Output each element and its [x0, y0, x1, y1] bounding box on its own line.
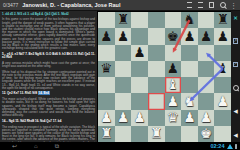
piece-white-pawn-e3[interactable]: ♟: [167, 95, 179, 109]
piece-white-pawn-a2[interactable]: ♟: [100, 111, 112, 125]
square-h7[interactable]: ♟: [214, 28, 231, 44]
arrow-left-icon: ◀: [233, 133, 237, 139]
square-d5[interactable]: [148, 61, 165, 77]
piece-white-king-g1[interactable]: ♚: [200, 127, 212, 141]
square-a2[interactable]: ♟: [98, 110, 115, 126]
square-c6[interactable]: ♟: [131, 45, 148, 61]
square-h5[interactable]: ♝: [214, 61, 231, 77]
annotation-comment: White had at his disposal the far strong…: [2, 71, 95, 90]
annotation-comment: The move actually played. White centrali…: [2, 98, 95, 117]
square-a5[interactable]: ♛: [98, 61, 115, 77]
square-f7[interactable]: ♟: [181, 28, 198, 44]
back-icon[interactable]: ↩: [12, 142, 17, 150]
close-icon: ✕: [233, 15, 238, 21]
piece-white-pawn-g2[interactable]: ♟: [200, 111, 212, 125]
square-b1[interactable]: [115, 126, 132, 142]
square-g2[interactable]: ♟: [198, 110, 215, 126]
square-c3[interactable]: [131, 93, 148, 109]
piece-white-pawn-h3[interactable]: ♟: [217, 95, 229, 109]
annotation-moves[interactable]: 14... Ng6 15. Nd2 Rhd8 16. Nc4 Qc7 17. b…: [2, 120, 95, 123]
current-move[interactable]: 14. Be4: [38, 91, 50, 95]
piece-black-pawn-h7[interactable]: ♟: [217, 30, 229, 44]
square-b8[interactable]: ♜: [115, 12, 132, 28]
square-b4[interactable]: [115, 77, 132, 93]
square-a7[interactable]: ♟: [98, 28, 115, 44]
square-e8[interactable]: [165, 12, 182, 28]
engine-search-button[interactable]: [231, 84, 240, 93]
square-a3[interactable]: [98, 93, 115, 109]
square-h4[interactable]: [214, 77, 231, 93]
square-a1[interactable]: ♜: [98, 126, 115, 142]
square-e6[interactable]: [165, 45, 182, 61]
android-system-bar: ↩ ⌂ ⧉ 02:24: [0, 142, 240, 150]
search-icon[interactable]: [219, 1, 226, 10]
home-icon[interactable]: ⌂: [34, 142, 38, 150]
square-d2[interactable]: [148, 110, 165, 126]
game-title: Janowski, D. - Capablanca, Jose Raul: [22, 2, 182, 8]
square-a4[interactable]: [98, 77, 115, 93]
board-toolbar: ✕↗↗◀◀: [231, 11, 240, 142]
square-f8[interactable]: ♞: [181, 12, 198, 28]
square-h2[interactable]: [214, 110, 231, 126]
square-c8[interactable]: [131, 12, 148, 28]
prev-game-icon[interactable]: [186, 1, 193, 10]
piece-black-pawn-a7[interactable]: ♟: [100, 30, 112, 44]
square-b3[interactable]: [115, 93, 132, 109]
square-b5[interactable]: [115, 61, 132, 77]
recents-icon[interactable]: ⧉: [55, 142, 59, 150]
square-d1[interactable]: ♜: [148, 126, 165, 142]
board-arrow-icon: ↗: [233, 38, 239, 44]
annotation-moves[interactable]: 1. d4 d5 2. Nf3 c6 3. c4 Bg4 4. Qb3 Qb6 …: [2, 13, 95, 16]
square-g3[interactable]: [198, 93, 215, 109]
previous-move-button[interactable]: ◀: [231, 107, 240, 116]
square-f3[interactable]: ♞: [181, 93, 198, 109]
status-area[interactable]: 02:24: [210, 142, 237, 150]
piece-white-rook-d1[interactable]: ♜: [150, 127, 162, 141]
piece-black-rook-b8[interactable]: ♜: [117, 13, 129, 27]
square-h8[interactable]: ♜: [214, 12, 231, 28]
nav-buttons: ↩ ⌂ ⧉: [12, 142, 59, 150]
piece-white-knight-f3[interactable]: ♞: [183, 95, 195, 109]
board-arrow-1-button[interactable]: ↗: [231, 37, 240, 46]
annotation-comment: In this game is seen the power of the tw…: [2, 18, 95, 50]
square-c4[interactable]: [131, 77, 148, 93]
square-e4[interactable]: ♝: [165, 77, 182, 93]
overflow-menu-icon[interactable]: ⋮: [230, 1, 237, 10]
game-counter: 0/3477: [3, 2, 18, 8]
annotation-panel[interactable]: 1. d4 d5 2. Nf3 c6 3. c4 Bg4 4. Qb3 Qb6 …: [0, 11, 97, 142]
square-a6[interactable]: [98, 45, 115, 61]
piece-black-pawn-e5[interactable]: ♟: [167, 62, 179, 76]
square-d7[interactable]: [148, 28, 165, 44]
square-h6[interactable]: [214, 45, 231, 61]
annotation-comment: A very serious mistake which might have …: [2, 62, 95, 68]
square-e5[interactable]: ♟: [165, 61, 182, 77]
square-g1[interactable]: ♚: [198, 126, 215, 142]
annotation-comment: The ending now in prospect is typical of…: [2, 126, 95, 142]
piece-white-pawn-c2[interactable]: ♟: [134, 111, 146, 125]
square-d3[interactable]: [148, 93, 165, 109]
magnifier-icon: [233, 85, 239, 91]
piece-black-queen-a5[interactable]: ♛: [100, 62, 112, 76]
annotation-moves[interactable]: 12. Qe2 Ke7 13. Rfd1 Nf8 14. Be4: [2, 92, 95, 95]
app-action-bar: 0/3477 Janowski, D. - Capablanca, Jose R…: [0, 0, 240, 11]
piece-black-bishop-h5[interactable]: ♝: [217, 62, 229, 76]
square-c7[interactable]: [131, 28, 148, 44]
square-h3[interactable]: ♟: [214, 93, 231, 109]
square-g8[interactable]: [198, 12, 215, 28]
annotation-moves[interactable]: 5... e6 6. e3 Nd7 7. Be2 Ngf6 8. O-O Bd6…: [2, 53, 95, 59]
square-f1[interactable]: [181, 126, 198, 142]
piece-white-pawn-b2[interactable]: ♟: [117, 111, 129, 125]
piece-white-queen-e2[interactable]: ♛: [167, 111, 179, 125]
square-g6[interactable]: [198, 45, 215, 61]
piece-white-pawn-f2[interactable]: ♟: [183, 111, 195, 125]
wifi-icon: [227, 144, 233, 149]
square-c1[interactable]: [131, 126, 148, 142]
square-h1[interactable]: [214, 126, 231, 142]
close-button[interactable]: ✕: [231, 13, 240, 22]
piece-black-pawn-c6[interactable]: ♟: [134, 46, 146, 60]
piece-black-rook-h8[interactable]: ♜: [217, 13, 229, 27]
square-f6[interactable]: [181, 45, 198, 61]
chess-board[interactable]: ♜♞♜♟♟♚♟♟♟♟♛♟♝♝♟♞♟♟♟♟♛♟♟♜♜♚: [98, 12, 231, 142]
piece-black-knight-f8[interactable]: ♞: [183, 13, 195, 27]
battery-icon: [235, 144, 238, 149]
square-e3[interactable]: ♟: [165, 93, 182, 109]
square-g4[interactable]: [198, 77, 215, 93]
square-g5[interactable]: [198, 61, 215, 77]
piece-black-pawn-g7[interactable]: ♟: [200, 30, 212, 44]
square-b6[interactable]: [115, 45, 132, 61]
square-c2[interactable]: ♟: [131, 110, 148, 126]
square-f4[interactable]: [181, 77, 198, 93]
next-game-icon[interactable]: [197, 1, 204, 10]
board-arrow-2-button[interactable]: ↗: [231, 60, 240, 69]
board-list-icon[interactable]: [208, 1, 215, 10]
square-d6[interactable]: [148, 45, 165, 61]
square-b2[interactable]: ♟: [115, 110, 132, 126]
square-e1[interactable]: [165, 126, 182, 142]
square-f2[interactable]: ♟: [181, 110, 198, 126]
square-g7[interactable]: ♟: [198, 28, 215, 44]
piece-white-bishop-e4[interactable]: ♝: [167, 78, 179, 92]
piece-black-king-e7[interactable]: ♚: [167, 30, 179, 44]
square-f5[interactable]: [181, 61, 198, 77]
arrow-left-icon: ◀: [233, 109, 237, 115]
square-d4[interactable]: [148, 77, 165, 93]
piece-black-pawn-b7[interactable]: ♟: [117, 30, 129, 44]
board-arrow-icon: ↗: [233, 62, 239, 68]
square-b7[interactable]: ♟: [115, 28, 132, 44]
system-clock: 02:24: [210, 142, 224, 150]
square-a8[interactable]: [98, 12, 115, 28]
square-e2[interactable]: ♛: [165, 110, 182, 126]
square-d8[interactable]: [148, 12, 165, 28]
first-move-button[interactable]: ◀: [231, 131, 240, 140]
piece-white-rook-a1[interactable]: ♜: [100, 127, 112, 141]
square-e7[interactable]: ♚: [165, 28, 182, 44]
square-c5[interactable]: [131, 61, 148, 77]
piece-black-pawn-f7[interactable]: ♟: [183, 30, 195, 44]
